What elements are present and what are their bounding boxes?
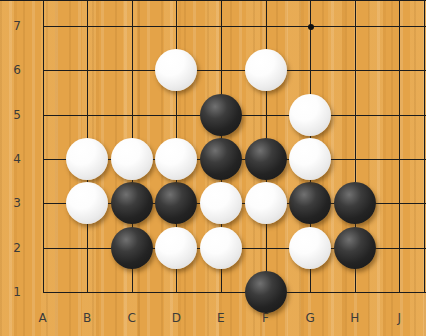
white-stone-g5[interactable]: [289, 94, 331, 136]
black-stone-e5[interactable]: [200, 94, 242, 136]
row-label-1: 1: [13, 285, 21, 299]
col-label-j: J: [398, 311, 402, 325]
white-stone-b4[interactable]: [66, 138, 108, 180]
white-stone-f6[interactable]: [245, 49, 287, 91]
white-stone-b3[interactable]: [66, 182, 108, 224]
white-stone-d4[interactable]: [155, 138, 197, 180]
black-stone-c3[interactable]: [111, 182, 153, 224]
col-label-d: D: [172, 311, 181, 325]
white-stone-c4[interactable]: [111, 138, 153, 180]
white-stone-g4[interactable]: [289, 138, 331, 180]
col-label-c: C: [127, 311, 135, 325]
white-stone-e2[interactable]: [200, 227, 242, 269]
black-stone-h2[interactable]: [334, 227, 376, 269]
board-edge-top-line: [0, 0, 426, 1]
black-stone-f4[interactable]: [245, 138, 287, 180]
row-label-3: 3: [13, 196, 21, 210]
white-stone-d2[interactable]: [155, 227, 197, 269]
grid-line-vertical: [43, 0, 44, 293]
row-label-4: 4: [13, 152, 21, 166]
board-edge-right-line: [424, 0, 425, 293]
row-label-2: 2: [13, 241, 21, 255]
grid-line-horizontal: [43, 292, 426, 293]
white-stone-g2[interactable]: [289, 227, 331, 269]
white-stone-f3[interactable]: [245, 182, 287, 224]
row-label-7: 7: [13, 19, 21, 33]
col-label-e: E: [217, 311, 225, 325]
grid-line-horizontal: [43, 26, 426, 27]
col-label-b: B: [83, 311, 91, 325]
col-label-a: A: [38, 311, 46, 325]
white-stone-e3[interactable]: [200, 182, 242, 224]
black-stone-g3[interactable]: [289, 182, 331, 224]
col-label-f: F: [262, 311, 269, 325]
black-stone-f1[interactable]: [245, 271, 287, 313]
col-label-g: G: [305, 311, 314, 325]
row-label-5: 5: [13, 108, 21, 122]
row-label-6: 6: [13, 63, 21, 77]
grid-line-vertical: [399, 0, 400, 293]
go-board[interactable]: 7654321ABCDEFGHJ: [0, 0, 426, 336]
white-stone-d6[interactable]: [155, 49, 197, 91]
col-label-h: H: [350, 311, 359, 325]
black-stone-h3[interactable]: [334, 182, 376, 224]
black-stone-c2[interactable]: [111, 227, 153, 269]
star-point-g7: [308, 24, 314, 30]
black-stone-d3[interactable]: [155, 182, 197, 224]
black-stone-e4[interactable]: [200, 138, 242, 180]
grid-line-horizontal: [43, 70, 426, 71]
